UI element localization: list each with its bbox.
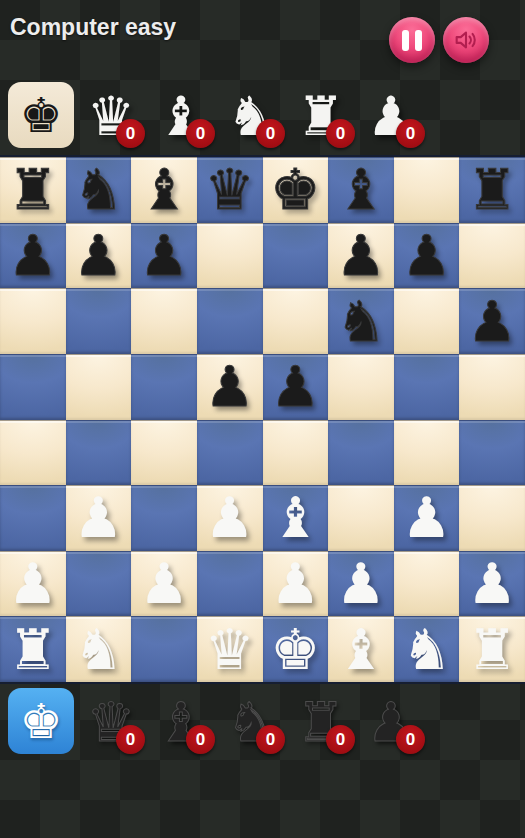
black-queen: ♛ (205, 158, 255, 222)
black-rook: ♜ (467, 158, 517, 222)
square-b2[interactable] (66, 551, 132, 617)
white-player-tray: ♚ ♛0♝0♞0♜0♟0 (0, 688, 525, 754)
white-pawn: ♟ (139, 552, 189, 616)
square-h8[interactable]: ♜ (459, 157, 525, 223)
white-rook: ♜ (8, 618, 58, 682)
square-a2[interactable]: ♟ (0, 551, 66, 617)
square-e7[interactable] (263, 223, 329, 289)
square-d2[interactable] (197, 551, 263, 617)
square-d8[interactable]: ♛ (197, 157, 263, 223)
black-king-indicator: ♚ (8, 82, 74, 148)
square-h5[interactable] (459, 354, 525, 420)
pause-icon (402, 30, 422, 51)
square-e4[interactable] (263, 420, 329, 486)
sound-button[interactable] (443, 17, 489, 63)
square-a5[interactable] (0, 354, 66, 420)
black-player-tray: ♚ ♛0♝0♞0♜0♟0 (0, 82, 525, 148)
square-d5[interactable]: ♟ (197, 354, 263, 420)
square-g7[interactable]: ♟ (394, 223, 460, 289)
capture-count-badge: 0 (256, 119, 285, 148)
square-h7[interactable] (459, 223, 525, 289)
square-c7[interactable]: ♟ (131, 223, 197, 289)
capture-count-badge: 0 (186, 725, 215, 754)
square-c3[interactable] (131, 485, 197, 551)
square-g3[interactable]: ♟ (394, 485, 460, 551)
white-queen-captured-slot: ♛0 (78, 82, 144, 148)
capture-count-badge: 0 (396, 725, 425, 754)
square-h3[interactable] (459, 485, 525, 551)
square-d1[interactable]: ♛ (197, 616, 263, 682)
black-pawn: ♟ (8, 224, 58, 288)
black-pawn: ♟ (270, 355, 320, 419)
black-pawn: ♟ (401, 224, 451, 288)
capture-count-badge: 0 (116, 725, 145, 754)
square-a4[interactable] (0, 420, 66, 486)
black-bishop: ♝ (139, 158, 189, 222)
square-f8[interactable]: ♝ (328, 157, 394, 223)
black-king: ♚ (270, 158, 320, 222)
square-c1[interactable] (131, 616, 197, 682)
square-h2[interactable]: ♟ (459, 551, 525, 617)
white-pawn: ♟ (467, 552, 517, 616)
capture-count-badge: 0 (186, 119, 215, 148)
square-e5[interactable]: ♟ (263, 354, 329, 420)
white-bishop-captured-slot: ♝0 (148, 82, 214, 148)
square-c4[interactable] (131, 420, 197, 486)
black-bishop: ♝ (336, 158, 386, 222)
chess-board: ♜♞♝♛♚♝♜♟♟♟♟♟♞♟♟♟♟♟♝♟♟♟♟♟♟♜♞♛♚♝♞♜ (0, 155, 525, 684)
square-a3[interactable] (0, 485, 66, 551)
square-g8[interactable] (394, 157, 460, 223)
white-bishop: ♝ (336, 618, 386, 682)
square-a8[interactable]: ♜ (0, 157, 66, 223)
square-f5[interactable] (328, 354, 394, 420)
black-pawn: ♟ (73, 224, 123, 288)
white-king-indicator: ♚ (8, 688, 74, 754)
square-g4[interactable] (394, 420, 460, 486)
white-pawn: ♟ (336, 552, 386, 616)
capture-count-badge: 0 (326, 119, 355, 148)
square-d3[interactable]: ♟ (197, 485, 263, 551)
square-c6[interactable] (131, 288, 197, 354)
square-f7[interactable]: ♟ (328, 223, 394, 289)
square-e6[interactable] (263, 288, 329, 354)
square-a6[interactable] (0, 288, 66, 354)
square-f3[interactable] (328, 485, 394, 551)
square-h6[interactable]: ♟ (459, 288, 525, 354)
square-g5[interactable] (394, 354, 460, 420)
white-rook-captured-slot: ♜0 (288, 82, 354, 148)
square-b4[interactable] (66, 420, 132, 486)
square-c5[interactable] (131, 354, 197, 420)
square-b3[interactable]: ♟ (66, 485, 132, 551)
square-g1[interactable]: ♞ (394, 616, 460, 682)
square-f6[interactable]: ♞ (328, 288, 394, 354)
square-b5[interactable] (66, 354, 132, 420)
white-knight-captured-slot: ♞0 (218, 82, 284, 148)
square-d7[interactable] (197, 223, 263, 289)
black-pawn-captured-slot: ♟0 (358, 688, 424, 754)
square-e2[interactable]: ♟ (263, 551, 329, 617)
square-g6[interactable] (394, 288, 460, 354)
square-b1[interactable]: ♞ (66, 616, 132, 682)
black-queen-captured-slot: ♛0 (78, 688, 144, 754)
pause-button[interactable] (389, 17, 435, 63)
black-knight: ♞ (336, 290, 386, 354)
square-h1[interactable]: ♜ (459, 616, 525, 682)
white-knight: ♞ (73, 618, 123, 682)
square-c2[interactable]: ♟ (131, 551, 197, 617)
white-pawn: ♟ (205, 486, 255, 550)
square-d6[interactable] (197, 288, 263, 354)
capture-count-badge: 0 (116, 119, 145, 148)
capture-count-badge: 0 (396, 119, 425, 148)
white-pawn: ♟ (270, 552, 320, 616)
black-pawn: ♟ (139, 224, 189, 288)
square-f2[interactable]: ♟ (328, 551, 394, 617)
white-bishop: ♝ (270, 486, 320, 550)
page-title: Computer easy (10, 14, 176, 41)
capture-count-badge: 0 (326, 725, 355, 754)
black-knight-captured-slot: ♞0 (218, 688, 284, 754)
white-knight: ♞ (401, 618, 451, 682)
square-e1[interactable]: ♚ (263, 616, 329, 682)
square-h4[interactable] (459, 420, 525, 486)
white-pawn: ♟ (8, 552, 58, 616)
black-bishop-captured-slot: ♝0 (148, 688, 214, 754)
white-pawn: ♟ (73, 486, 123, 550)
chess-app: Computer easy ♚ ♛0♝0♞0♜0♟0 ♜♞♝♛♚♝♜♟♟♟♟♟♞… (0, 0, 525, 838)
square-d4[interactable] (197, 420, 263, 486)
white-king: ♚ (270, 618, 320, 682)
square-g2[interactable] (394, 551, 460, 617)
white-pawn-captured-slot: ♟0 (358, 82, 424, 148)
speaker-icon (452, 26, 480, 54)
black-rook-captured-slot: ♜0 (288, 688, 354, 754)
square-b7[interactable]: ♟ (66, 223, 132, 289)
white-queen: ♛ (205, 618, 255, 682)
white-rook: ♜ (467, 618, 517, 682)
square-a7[interactable]: ♟ (0, 223, 66, 289)
square-e8[interactable]: ♚ (263, 157, 329, 223)
black-knight: ♞ (73, 158, 123, 222)
square-b6[interactable] (66, 288, 132, 354)
black-pawn: ♟ (467, 290, 517, 354)
square-c8[interactable]: ♝ (131, 157, 197, 223)
white-pawn: ♟ (401, 486, 451, 550)
square-f4[interactable] (328, 420, 394, 486)
black-rook: ♜ (8, 158, 58, 222)
square-f1[interactable]: ♝ (328, 616, 394, 682)
square-b8[interactable]: ♞ (66, 157, 132, 223)
black-pawn: ♟ (205, 355, 255, 419)
square-e3[interactable]: ♝ (263, 485, 329, 551)
capture-count-badge: 0 (256, 725, 285, 754)
black-pawn: ♟ (336, 224, 386, 288)
square-a1[interactable]: ♜ (0, 616, 66, 682)
